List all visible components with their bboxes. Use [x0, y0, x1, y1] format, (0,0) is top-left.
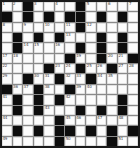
cell[interactable]: 37	[23, 85, 33, 94]
cell[interactable]: 10	[44, 23, 54, 32]
cell[interactable]: 13	[65, 33, 75, 42]
cell[interactable]: 22	[2, 64, 12, 73]
clue-number: 20	[108, 54, 113, 58]
clue-number: 19	[76, 54, 81, 58]
cell[interactable]	[13, 74, 23, 83]
black-cell	[97, 33, 107, 42]
black-cell	[76, 2, 86, 11]
cell[interactable]: 4	[55, 2, 65, 11]
black-cell	[2, 12, 12, 21]
cell[interactable]: 51	[118, 137, 128, 146]
cell[interactable]	[107, 23, 117, 32]
black-cell	[34, 33, 44, 42]
cell[interactable]: 50	[65, 137, 75, 146]
cell[interactable]: 42	[65, 95, 75, 104]
cell[interactable]	[13, 12, 23, 21]
cell[interactable]	[97, 85, 107, 94]
cell[interactable]	[34, 116, 44, 125]
clue-number: 47	[97, 116, 102, 120]
black-cell	[13, 33, 23, 42]
clue-number: 23	[55, 64, 60, 68]
cell[interactable]: 41	[2, 95, 12, 104]
black-cell	[107, 64, 117, 73]
cell[interactable]	[55, 12, 65, 21]
cell[interactable]	[23, 33, 33, 42]
clue-number: 25	[87, 64, 92, 68]
clue-number: 10	[45, 23, 50, 27]
cell[interactable]	[97, 137, 107, 146]
cell[interactable]	[23, 137, 33, 146]
cell[interactable]: 25	[86, 64, 96, 73]
cell[interactable]: 45	[65, 116, 75, 125]
black-cell	[13, 126, 23, 135]
cell[interactable]	[86, 95, 96, 104]
cell[interactable]: 23	[55, 64, 65, 73]
crossword-page: 1234567891011121314151617181920212223242…	[0, 0, 140, 148]
cell[interactable]	[44, 137, 54, 146]
clue-number: 6	[108, 2, 110, 6]
clue-number: 35	[108, 74, 113, 78]
cell[interactable]: 39	[76, 85, 86, 94]
cell[interactable]	[44, 2, 54, 11]
black-cell	[34, 95, 44, 104]
black-cell	[65, 85, 75, 94]
cell[interactable]	[128, 95, 138, 104]
cell[interactable]	[44, 43, 54, 52]
black-cell	[76, 106, 86, 115]
black-cell	[76, 12, 86, 21]
black-cell	[97, 43, 107, 52]
black-cell	[118, 106, 128, 115]
cell[interactable]	[86, 106, 96, 115]
cell[interactable]	[97, 126, 107, 135]
cell[interactable]	[107, 95, 117, 104]
cell[interactable]	[76, 137, 86, 146]
black-cell	[23, 12, 33, 21]
black-cell	[55, 137, 65, 146]
clue-number: 30	[34, 74, 39, 78]
clue-number: 50	[66, 137, 71, 141]
cell[interactable]	[2, 33, 12, 42]
clue-number: 12	[87, 23, 92, 27]
cell[interactable]	[44, 116, 54, 125]
cell[interactable]: 12	[86, 23, 96, 32]
black-cell	[55, 74, 65, 83]
cell[interactable]	[86, 43, 96, 52]
cell[interactable]	[23, 95, 33, 104]
black-cell	[97, 54, 107, 63]
cell[interactable]	[34, 64, 44, 73]
cell[interactable]	[44, 126, 54, 135]
cell[interactable]: 46	[76, 116, 86, 125]
cell[interactable]: 47	[97, 116, 107, 125]
clue-number: 48	[118, 116, 123, 120]
cell[interactable]	[128, 43, 138, 52]
cell[interactable]: 2	[13, 2, 23, 11]
black-cell	[76, 23, 86, 32]
black-cell	[23, 2, 33, 11]
clue-number: 51	[118, 137, 123, 141]
cell[interactable]	[65, 2, 75, 11]
clue-number: 1	[3, 2, 5, 6]
clue-number: 41	[3, 95, 8, 99]
cell[interactable]: 43	[44, 106, 54, 115]
clue-number: 29	[3, 74, 8, 78]
clue-number: 36	[13, 85, 18, 89]
cell[interactable]	[97, 23, 107, 32]
cell[interactable]	[107, 12, 117, 21]
clue-number: 7	[129, 2, 131, 6]
cell[interactable]	[128, 12, 138, 21]
cell[interactable]: 8	[2, 23, 12, 32]
cell[interactable]	[86, 33, 96, 42]
cell[interactable]	[2, 43, 12, 52]
clue-number: 15	[34, 43, 39, 47]
cell[interactable]	[34, 54, 44, 63]
clue-number: 46	[76, 116, 81, 120]
cell[interactable]	[55, 23, 65, 32]
black-cell	[86, 74, 96, 83]
black-cell	[34, 85, 44, 94]
clue-number: 34	[97, 74, 102, 78]
cell[interactable]: 24	[65, 64, 75, 73]
cell[interactable]: 21	[118, 54, 128, 63]
clue-number: 16	[55, 43, 60, 47]
clue-number: 22	[3, 64, 8, 68]
clue-number: 42	[66, 95, 71, 99]
clue-number: 9	[24, 23, 26, 27]
black-cell	[13, 106, 23, 115]
cell[interactable]: 9	[23, 23, 33, 32]
clue-number: 32	[66, 74, 71, 78]
cell[interactable]	[23, 106, 33, 115]
cell[interactable]: 40	[86, 85, 96, 94]
cell[interactable]	[65, 106, 75, 115]
clue-number: 2	[13, 2, 15, 6]
cell[interactable]	[107, 33, 117, 42]
clue-number: 14	[24, 43, 29, 47]
black-cell	[2, 85, 12, 94]
cell[interactable]	[128, 33, 138, 42]
cell[interactable]	[118, 2, 128, 11]
cell[interactable]: 16	[55, 43, 65, 52]
cell[interactable]	[97, 95, 107, 104]
cell[interactable]: 36	[13, 85, 23, 94]
black-cell	[55, 126, 65, 135]
cell[interactable]: 27	[118, 64, 128, 73]
cell[interactable]	[55, 106, 65, 115]
cell[interactable]	[118, 74, 128, 83]
cell[interactable]	[107, 43, 117, 52]
cell[interactable]: 29	[2, 74, 12, 83]
cell[interactable]: 11	[65, 23, 75, 32]
black-cell	[118, 43, 128, 52]
black-cell	[23, 74, 33, 83]
cell[interactable]: 35	[107, 74, 117, 83]
clue-number: 40	[87, 85, 92, 89]
black-cell	[34, 106, 44, 115]
cell[interactable]: 3	[34, 2, 44, 11]
cell[interactable]	[34, 12, 44, 21]
cell[interactable]	[97, 2, 107, 11]
clue-number: 39	[76, 85, 81, 89]
clue-number: 18	[13, 54, 18, 58]
black-cell	[34, 126, 44, 135]
cell[interactable]: 38	[44, 85, 54, 94]
black-cell	[13, 95, 23, 104]
black-cell	[55, 116, 65, 125]
black-cell	[128, 54, 138, 63]
cell[interactable]	[76, 33, 86, 42]
black-cell	[55, 33, 65, 42]
cell[interactable]	[76, 126, 86, 135]
cell[interactable]	[86, 137, 96, 146]
cell[interactable]	[2, 126, 12, 135]
cell[interactable]	[23, 64, 33, 73]
black-cell	[65, 54, 75, 63]
black-cell	[118, 95, 128, 104]
black-cell	[44, 64, 54, 73]
black-cell	[128, 126, 138, 135]
cell[interactable]: 6	[107, 2, 117, 11]
black-cell	[86, 126, 96, 135]
cell[interactable]	[23, 116, 33, 125]
cell[interactable]: 19	[76, 54, 86, 63]
cell[interactable]: 49	[2, 137, 12, 146]
cell[interactable]	[55, 54, 65, 63]
clue-number: 28	[129, 64, 134, 68]
cell[interactable]	[13, 23, 23, 32]
crossword-grid: 1234567891011121314151617181920212223242…	[0, 0, 140, 148]
cell[interactable]	[44, 95, 54, 104]
cell[interactable]	[86, 54, 96, 63]
cell[interactable]: 26	[97, 64, 107, 73]
cell[interactable]	[65, 43, 75, 52]
black-cell	[13, 43, 23, 52]
black-cell	[76, 43, 86, 52]
cell[interactable]	[128, 116, 138, 125]
cell[interactable]: 28	[128, 64, 138, 73]
clue-number: 8	[3, 23, 5, 27]
cell[interactable]	[44, 54, 54, 63]
clue-number: 33	[76, 74, 81, 78]
black-cell	[118, 33, 128, 42]
black-cell	[107, 126, 117, 135]
clue-number: 5	[87, 2, 89, 6]
black-cell	[65, 12, 75, 21]
cell[interactable]	[107, 85, 117, 94]
cell[interactable]	[13, 64, 23, 73]
cell[interactable]	[13, 137, 23, 146]
black-cell	[76, 64, 86, 73]
cell[interactable]: 20	[107, 54, 117, 63]
cell[interactable]: 31	[44, 74, 54, 83]
cell[interactable]	[128, 85, 138, 94]
cell[interactable]: 34	[97, 74, 107, 83]
cell[interactable]	[55, 85, 65, 94]
cell[interactable]: 15	[34, 43, 44, 52]
cell[interactable]	[86, 12, 96, 21]
cell[interactable]	[2, 106, 12, 115]
cell[interactable]	[107, 116, 117, 125]
cell[interactable]	[118, 126, 128, 135]
cell[interactable]	[128, 137, 138, 146]
cell[interactable]	[128, 106, 138, 115]
cell[interactable]	[86, 116, 96, 125]
cell[interactable]	[76, 95, 86, 104]
black-cell	[55, 95, 65, 104]
cell[interactable]: 14	[23, 43, 33, 52]
cell[interactable]	[107, 106, 117, 115]
black-cell	[65, 126, 75, 135]
black-cell	[44, 12, 54, 21]
cell[interactable]: 1	[2, 2, 12, 11]
cell[interactable]	[128, 23, 138, 32]
black-cell	[97, 106, 107, 115]
clue-number: 43	[45, 106, 50, 110]
clue-number: 44	[3, 116, 8, 120]
cell[interactable]: 18	[13, 54, 23, 63]
clue-number: 4	[55, 2, 57, 6]
black-cell	[118, 12, 128, 21]
cell[interactable]: 30	[34, 74, 44, 83]
cell[interactable]	[23, 126, 33, 135]
clue-number: 31	[45, 74, 50, 78]
clue-number: 11	[66, 23, 71, 27]
clue-number: 38	[45, 85, 50, 89]
cell[interactable]: 5	[86, 2, 96, 11]
clue-number: 21	[118, 54, 123, 58]
cell[interactable]	[128, 74, 138, 83]
clue-number: 49	[3, 137, 8, 141]
cell[interactable]	[118, 23, 128, 32]
cell[interactable]: 48	[118, 116, 128, 125]
cell[interactable]: 17	[2, 54, 12, 63]
clue-number: 27	[118, 64, 123, 68]
cell[interactable]	[34, 23, 44, 32]
cell[interactable]: 44	[2, 116, 12, 125]
clue-number: 13	[66, 33, 71, 37]
clue-number: 37	[24, 85, 29, 89]
clue-number: 3	[34, 2, 36, 6]
cell[interactable]: 33	[76, 74, 86, 83]
cell[interactable]	[23, 54, 33, 63]
clue-number: 26	[97, 64, 102, 68]
clue-number: 45	[66, 116, 71, 120]
cell[interactable]	[118, 85, 128, 94]
cell[interactable]: 32	[65, 74, 75, 83]
cell[interactable]: 7	[128, 2, 138, 11]
clue-number: 17	[3, 54, 8, 58]
cell[interactable]	[44, 33, 54, 42]
clue-number: 24	[66, 64, 71, 68]
black-cell	[107, 137, 117, 146]
black-cell	[97, 12, 107, 21]
cell[interactable]	[13, 116, 23, 125]
cell[interactable]	[34, 137, 44, 146]
